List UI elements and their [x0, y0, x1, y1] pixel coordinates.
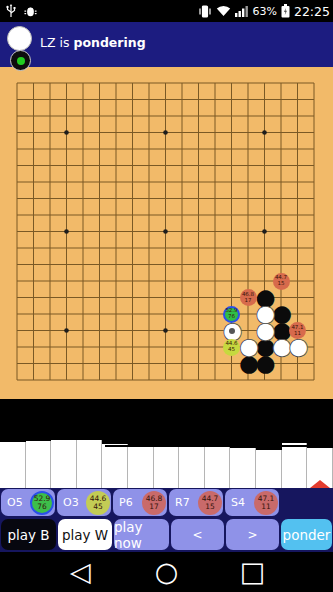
black-player-indicator	[10, 50, 31, 71]
battery-percent: 63%	[253, 5, 277, 18]
chip-move-label: O3	[63, 496, 79, 509]
home-icon[interactable]: ○	[152, 552, 182, 592]
chip-winrate-circle: 52.976	[30, 491, 54, 515]
candidate-move-P6[interactable]: 46.817	[240, 289, 257, 306]
candidate-move-O5[interactable]: 52.976	[223, 306, 240, 323]
candidate-chip-O3[interactable]: O344.645	[57, 489, 111, 516]
winrate-bar	[179, 446, 205, 488]
winrate-graph[interactable]	[0, 399, 333, 488]
winrate-bar	[282, 443, 308, 488]
signal-icon	[235, 5, 249, 17]
status-text: LZ is pondering	[40, 35, 146, 50]
current-move-marker-icon	[310, 480, 330, 488]
chip-move-label: P6	[119, 496, 133, 509]
bug-icon	[24, 5, 37, 18]
android-nav-bar: ◁ ○ □	[0, 552, 333, 592]
winrate-bar	[26, 441, 52, 488]
chip-winrate-circle: 44.645	[86, 491, 110, 515]
candidate-chip-R7[interactable]: R744.715	[169, 489, 223, 516]
chip-winrate-circle: 47.111	[254, 491, 278, 515]
winrate-bar	[77, 440, 103, 488]
winrate-bar	[102, 444, 128, 488]
winrate-bar	[0, 442, 26, 488]
engine-controls: play B play W play now < > ponder	[1, 519, 332, 550]
last-move-marker-icon	[229, 328, 235, 334]
play-white-button[interactable]: play W	[58, 519, 112, 550]
active-engine-dot	[17, 57, 25, 65]
winrate-bar	[205, 447, 231, 488]
app-screen: 63% 22:25 LZ is pondering ●●●●●●●●●●●●52…	[0, 0, 333, 592]
battery-icon	[281, 4, 290, 18]
recents-icon[interactable]: □	[238, 552, 268, 592]
chip-move-label: S4	[231, 496, 245, 509]
candidate-move-R7[interactable]: 44.715	[273, 273, 290, 290]
winrate-bar	[256, 450, 282, 488]
play-black-button[interactable]: play B	[1, 519, 56, 550]
winrate-overlay-line	[105, 445, 333, 447]
go-board[interactable]: ●●●●●●●●●●●●52.97644.64546.81744.71547.1…	[0, 67, 333, 402]
white-player-indicator	[7, 26, 32, 51]
chip-move-label: O5	[7, 496, 23, 509]
candidate-chip-S4[interactable]: S447.111	[225, 489, 279, 516]
control-panel: O552.976O344.645P646.817R744.715S447.111…	[0, 488, 333, 552]
candidate-chip-O5[interactable]: O552.976	[1, 489, 55, 516]
winrate-bar	[154, 446, 180, 488]
candidate-move-O3[interactable]: 44.645	[223, 339, 240, 356]
winrate-bar	[51, 440, 77, 488]
candidate-move-S4[interactable]: 47.111	[289, 322, 306, 339]
candidate-chip-P6[interactable]: P646.817	[113, 489, 167, 516]
play-now-button[interactable]: play now	[114, 519, 169, 550]
header-bar: LZ is pondering	[0, 22, 333, 67]
board-grid	[0, 67, 333, 399]
wifi-icon	[216, 5, 231, 17]
prev-move-button[interactable]: <	[171, 519, 224, 550]
status-bar: 63% 22:25	[0, 0, 333, 22]
chip-move-label: R7	[175, 496, 190, 509]
winrate-bar	[230, 448, 256, 488]
chip-winrate-circle: 46.817	[142, 491, 166, 515]
vibrate-icon	[198, 5, 212, 18]
candidate-move-list: O552.976O344.645P646.817R744.715S447.111	[1, 489, 279, 516]
chip-winrate-circle: 44.715	[198, 491, 222, 515]
next-move-button[interactable]: >	[226, 519, 279, 550]
ponder-button[interactable]: ponder	[281, 519, 332, 550]
back-icon[interactable]: ◁	[66, 552, 96, 592]
usb-icon	[6, 4, 16, 18]
clock: 22:25	[294, 4, 330, 19]
winrate-bar	[128, 445, 154, 488]
